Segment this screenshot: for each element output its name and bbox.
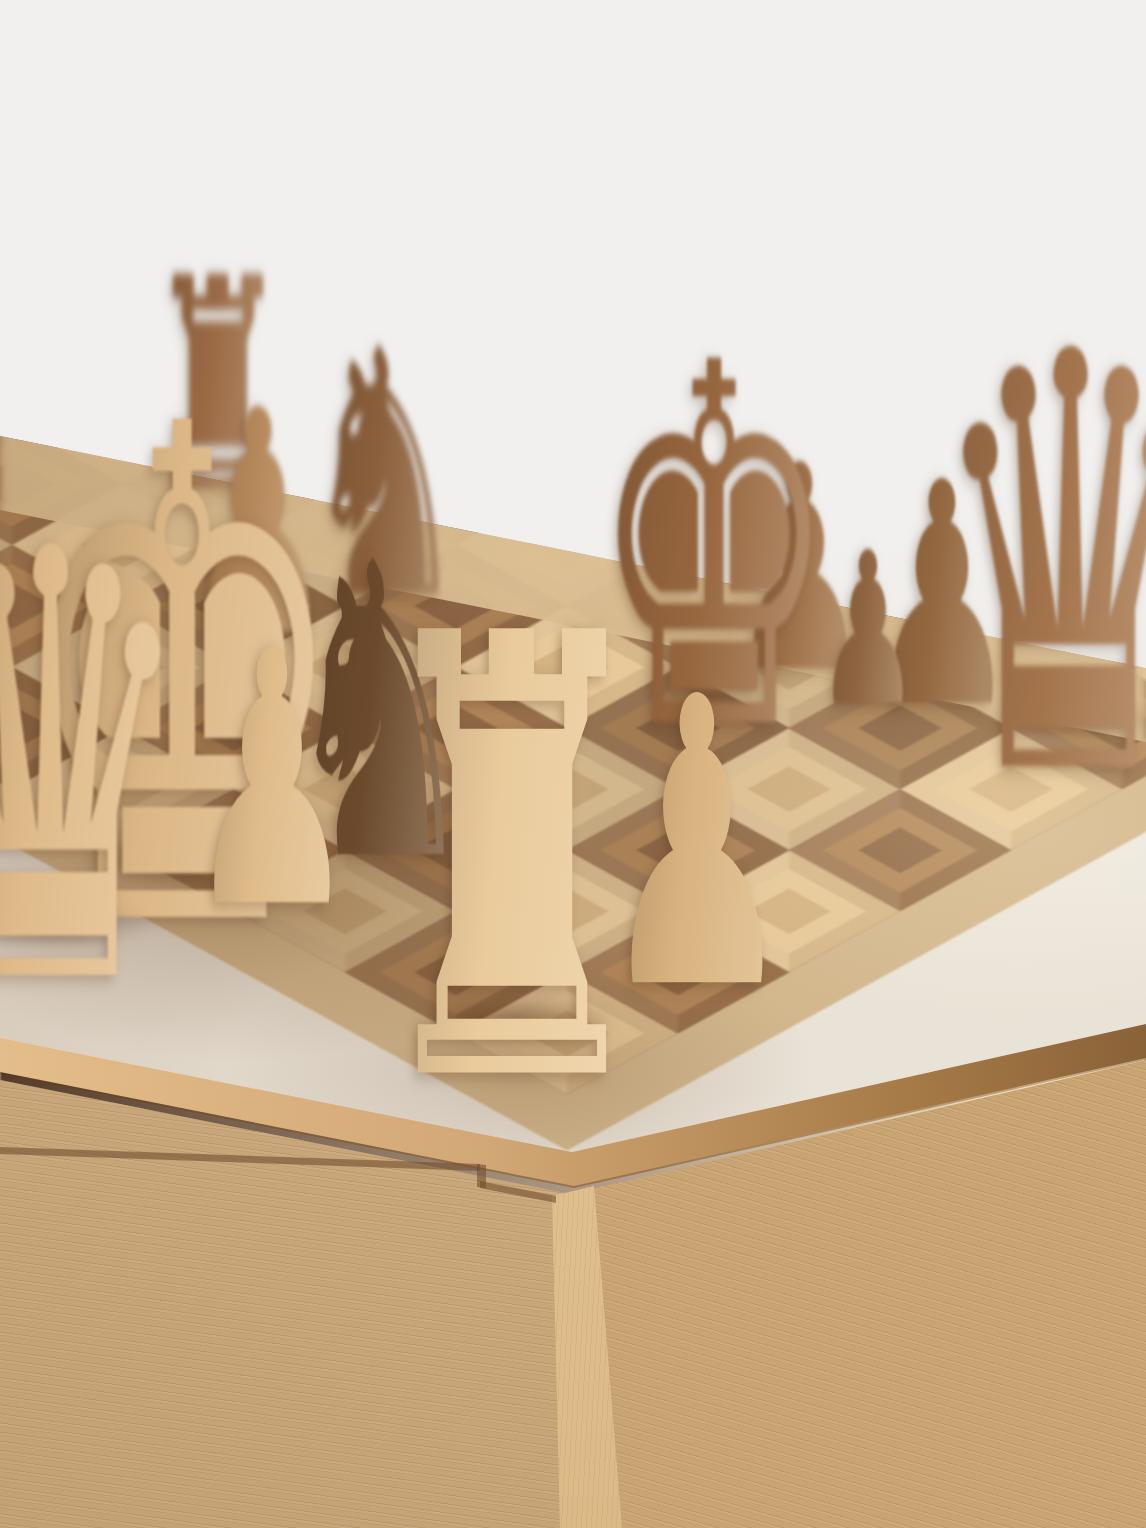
piece-dark-pawn: ♟ [816,525,920,736]
piece-dark-queen: ♛ [928,280,1146,855]
piece-light-queen: ♛ [0,475,196,1067]
product-photo-stage: ♜♞♟♟♟♚♟♛♞♚♟♛♟♜ [0,0,1146,1528]
piece-light-rook: ♜ [362,557,662,1165]
piece-light-pawn: ♟ [186,606,359,957]
piece-layer: ♜♞♟♟♟♚♟♛♞♚♟♛♟♜ [0,0,1146,1528]
